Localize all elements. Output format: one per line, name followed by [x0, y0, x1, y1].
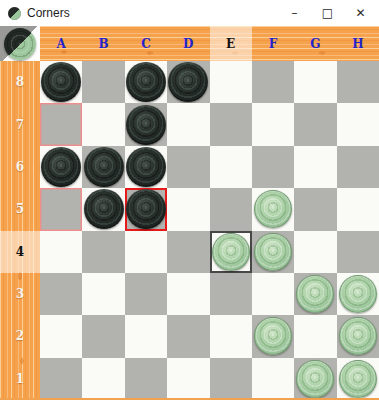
square-c1[interactable]	[125, 358, 167, 400]
square-a8[interactable]	[40, 61, 82, 103]
square-e8[interactable]	[210, 61, 252, 103]
dark-piece-c5[interactable]	[126, 189, 166, 229]
window-title: Corners	[27, 0, 70, 26]
square-c4[interactable]	[125, 231, 167, 273]
square-e3[interactable]	[210, 273, 252, 315]
square-f2[interactable]	[252, 315, 294, 357]
square-c7[interactable]	[125, 103, 167, 145]
square-a5[interactable]	[40, 188, 82, 230]
corners-game-window: Corners – □ ✕ ABCDEFGH 87654321	[0, 0, 379, 400]
rank-label-8: 8	[0, 61, 40, 103]
square-c8[interactable]	[125, 61, 167, 103]
square-d5[interactable]	[167, 188, 209, 230]
square-g7[interactable]	[294, 103, 336, 145]
square-e1[interactable]	[210, 358, 252, 400]
rank-label-2: 2	[0, 315, 40, 357]
rank-label-3: 3	[0, 273, 40, 315]
square-b3[interactable]	[82, 273, 124, 315]
dark-piece-b6[interactable]	[84, 147, 124, 187]
square-f5[interactable]	[252, 188, 294, 230]
file-label-b: B	[82, 26, 124, 61]
square-h1[interactable]	[337, 358, 379, 400]
split-checker-icon	[4, 28, 36, 60]
square-h2[interactable]	[337, 315, 379, 357]
square-b8[interactable]	[82, 61, 124, 103]
file-label-c: C	[125, 26, 167, 61]
square-b5[interactable]	[82, 188, 124, 230]
square-g3[interactable]	[294, 273, 336, 315]
square-a2[interactable]	[40, 315, 82, 357]
title-bar: Corners – □ ✕	[0, 0, 379, 26]
green-piece-g1[interactable]	[296, 360, 334, 398]
square-h7[interactable]	[337, 103, 379, 145]
dark-piece-a6[interactable]	[41, 147, 81, 187]
dark-piece-a8[interactable]	[41, 62, 81, 102]
dark-piece-c7[interactable]	[126, 105, 166, 145]
square-g8[interactable]	[294, 61, 336, 103]
square-g4[interactable]	[294, 231, 336, 273]
square-d8[interactable]	[167, 61, 209, 103]
square-b7[interactable]	[82, 103, 124, 145]
file-labels: ABCDEFGH	[40, 26, 379, 61]
square-g6[interactable]	[294, 146, 336, 188]
square-d2[interactable]	[167, 315, 209, 357]
green-piece-h1[interactable]	[339, 360, 377, 398]
square-h5[interactable]	[337, 188, 379, 230]
square-h3[interactable]	[337, 273, 379, 315]
rank-labels: 87654321	[0, 61, 40, 400]
square-d7[interactable]	[167, 103, 209, 145]
square-b6[interactable]	[82, 146, 124, 188]
square-b2[interactable]	[82, 315, 124, 357]
square-e5[interactable]	[210, 188, 252, 230]
square-c5[interactable]	[125, 188, 167, 230]
square-h4[interactable]	[337, 231, 379, 273]
square-c6[interactable]	[125, 146, 167, 188]
frame-corner-cell	[0, 26, 40, 61]
rank-label-5: 5	[0, 188, 40, 230]
square-d6[interactable]	[167, 146, 209, 188]
green-piece-h3[interactable]	[339, 275, 377, 313]
square-f4[interactable]	[252, 231, 294, 273]
file-label-d: D	[167, 26, 209, 61]
square-a6[interactable]	[40, 146, 82, 188]
green-piece-f5[interactable]	[254, 190, 292, 228]
square-h6[interactable]	[337, 146, 379, 188]
file-label-g: G	[294, 26, 336, 61]
square-e4[interactable]	[210, 231, 252, 273]
square-h8[interactable]	[337, 61, 379, 103]
green-piece-f4[interactable]	[254, 233, 292, 271]
minimize-button[interactable]: –	[278, 0, 311, 26]
rank-label-1: 1	[0, 358, 40, 400]
square-e6[interactable]	[210, 146, 252, 188]
square-e2[interactable]	[210, 315, 252, 357]
square-d1[interactable]	[167, 358, 209, 400]
dark-piece-c8[interactable]	[126, 62, 166, 102]
maximize-button[interactable]: □	[311, 0, 344, 26]
square-f6[interactable]	[252, 146, 294, 188]
game-board	[40, 61, 379, 400]
square-c3[interactable]	[125, 273, 167, 315]
green-piece-f2[interactable]	[254, 317, 292, 355]
square-f8[interactable]	[252, 61, 294, 103]
file-label-a: A	[40, 26, 82, 61]
square-g1[interactable]	[294, 358, 336, 400]
square-c2[interactable]	[125, 315, 167, 357]
square-f7[interactable]	[252, 103, 294, 145]
file-label-h: H	[337, 26, 379, 61]
file-label-f: F	[252, 26, 294, 61]
dark-piece-c6[interactable]	[126, 147, 166, 187]
square-e7[interactable]	[210, 103, 252, 145]
rank-label-6: 6	[0, 146, 40, 188]
square-a4[interactable]	[40, 231, 82, 273]
square-b4[interactable]	[82, 231, 124, 273]
rank-label-4: 4	[0, 231, 40, 273]
square-a3[interactable]	[40, 273, 82, 315]
green-piece-e4[interactable]	[212, 233, 250, 271]
green-piece-h2[interactable]	[339, 317, 377, 355]
square-b1[interactable]	[82, 358, 124, 400]
square-d4[interactable]	[167, 231, 209, 273]
green-piece-g3[interactable]	[296, 275, 334, 313]
square-f3[interactable]	[252, 273, 294, 315]
dark-piece-b5[interactable]	[84, 189, 124, 229]
square-a7[interactable]	[40, 103, 82, 145]
square-d3[interactable]	[167, 273, 209, 315]
square-a1[interactable]	[40, 358, 82, 400]
close-button[interactable]: ✕	[344, 0, 377, 26]
square-g2[interactable]	[294, 315, 336, 357]
file-label-e: E	[210, 26, 252, 61]
window-controls: – □ ✕	[278, 0, 377, 26]
square-f1[interactable]	[252, 358, 294, 400]
dark-piece-d8[interactable]	[168, 62, 208, 102]
rank-label-7: 7	[0, 103, 40, 145]
app-checker-icon	[8, 7, 21, 20]
square-g5[interactable]	[294, 188, 336, 230]
